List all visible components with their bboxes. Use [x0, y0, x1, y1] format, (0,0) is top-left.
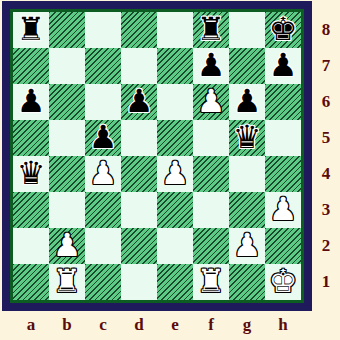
square-f1[interactable]: ♜ — [193, 264, 229, 300]
square-b7[interactable] — [49, 48, 85, 84]
piece-black-pawn-a6[interactable]: ♟ — [17, 85, 46, 117]
piece-white-pawn-f6[interactable]: ♟ — [197, 85, 226, 117]
square-a3[interactable] — [13, 192, 49, 228]
rank-label-4: 4 — [313, 156, 339, 192]
piece-white-rook-f1[interactable]: ♜ — [197, 265, 226, 297]
square-f8[interactable]: ♜ — [193, 12, 229, 48]
square-c1[interactable] — [85, 264, 121, 300]
file-label-h: h — [265, 311, 301, 339]
square-c6[interactable] — [85, 84, 121, 120]
square-c4[interactable]: ♟ — [85, 156, 121, 192]
chess-board-inner-frame: ♜♜♚♟♟♟♟♟♟♟♛♛♟♟♟♟♟♜♜♚ — [10, 9, 304, 303]
piece-black-pawn-f7[interactable]: ♟ — [197, 49, 226, 81]
square-b4[interactable] — [49, 156, 85, 192]
file-label-f: f — [193, 311, 229, 339]
file-label-e: e — [157, 311, 193, 339]
square-c5[interactable]: ♟ — [85, 120, 121, 156]
square-f6[interactable]: ♟ — [193, 84, 229, 120]
piece-white-pawn-h3[interactable]: ♟ — [269, 193, 298, 225]
piece-black-queen-g5[interactable]: ♛ — [233, 121, 262, 153]
square-e4[interactable]: ♟ — [157, 156, 193, 192]
square-d3[interactable] — [121, 192, 157, 228]
square-d4[interactable] — [121, 156, 157, 192]
square-e5[interactable] — [157, 120, 193, 156]
piece-black-pawn-c5[interactable]: ♟ — [89, 121, 118, 153]
square-h2[interactable] — [265, 228, 301, 264]
square-d1[interactable] — [121, 264, 157, 300]
square-h8[interactable]: ♚ — [265, 12, 301, 48]
chess-diagram: ♜♜♚♟♟♟♟♟♟♟♛♛♟♟♟♟♟♜♜♚ abcdefgh 87654321 — [0, 0, 340, 340]
square-c2[interactable] — [85, 228, 121, 264]
square-f2[interactable] — [193, 228, 229, 264]
chess-board-frame: ♜♜♚♟♟♟♟♟♟♟♛♛♟♟♟♟♟♜♜♚ — [2, 1, 312, 311]
piece-black-rook-f8[interactable]: ♜ — [197, 13, 226, 45]
file-labels: abcdefgh — [13, 311, 301, 339]
square-a7[interactable] — [13, 48, 49, 84]
chess-board: ♜♜♚♟♟♟♟♟♟♟♛♛♟♟♟♟♟♜♜♚ — [13, 12, 301, 300]
square-a6[interactable]: ♟ — [13, 84, 49, 120]
piece-white-king-h1[interactable]: ♚ — [269, 265, 298, 297]
file-label-b: b — [49, 311, 85, 339]
square-a5[interactable] — [13, 120, 49, 156]
square-d6[interactable]: ♟ — [121, 84, 157, 120]
square-f4[interactable] — [193, 156, 229, 192]
piece-white-pawn-e4[interactable]: ♟ — [161, 157, 190, 189]
square-d5[interactable] — [121, 120, 157, 156]
square-e8[interactable] — [157, 12, 193, 48]
piece-white-rook-b1[interactable]: ♜ — [53, 265, 82, 297]
square-g8[interactable] — [229, 12, 265, 48]
square-b2[interactable]: ♟ — [49, 228, 85, 264]
piece-black-king-h8[interactable]: ♚ — [269, 13, 298, 45]
piece-black-pawn-h7[interactable]: ♟ — [269, 49, 298, 81]
rank-label-1: 1 — [313, 264, 339, 300]
piece-white-pawn-b2[interactable]: ♟ — [53, 229, 82, 261]
square-h7[interactable]: ♟ — [265, 48, 301, 84]
square-g6[interactable]: ♟ — [229, 84, 265, 120]
piece-black-pawn-g6[interactable]: ♟ — [233, 85, 262, 117]
square-a1[interactable] — [13, 264, 49, 300]
file-label-a: a — [13, 311, 49, 339]
rank-label-2: 2 — [313, 228, 339, 264]
square-f5[interactable] — [193, 120, 229, 156]
square-e1[interactable] — [157, 264, 193, 300]
square-d2[interactable] — [121, 228, 157, 264]
square-g2[interactable]: ♟ — [229, 228, 265, 264]
square-f7[interactable]: ♟ — [193, 48, 229, 84]
square-h5[interactable] — [265, 120, 301, 156]
square-c7[interactable] — [85, 48, 121, 84]
rank-label-6: 6 — [313, 84, 339, 120]
square-g5[interactable]: ♛ — [229, 120, 265, 156]
square-f3[interactable] — [193, 192, 229, 228]
file-label-d: d — [121, 311, 157, 339]
square-e6[interactable] — [157, 84, 193, 120]
square-h1[interactable]: ♚ — [265, 264, 301, 300]
square-h4[interactable] — [265, 156, 301, 192]
square-c8[interactable] — [85, 12, 121, 48]
square-b1[interactable]: ♜ — [49, 264, 85, 300]
rank-label-7: 7 — [313, 48, 339, 84]
square-c3[interactable] — [85, 192, 121, 228]
square-g7[interactable] — [229, 48, 265, 84]
rank-label-5: 5 — [313, 120, 339, 156]
rank-label-8: 8 — [313, 12, 339, 48]
piece-black-queen-a4[interactable]: ♛ — [17, 157, 46, 189]
square-g4[interactable] — [229, 156, 265, 192]
rank-label-3: 3 — [313, 192, 339, 228]
square-g1[interactable] — [229, 264, 265, 300]
file-label-g: g — [229, 311, 265, 339]
square-d7[interactable] — [121, 48, 157, 84]
file-label-c: c — [85, 311, 121, 339]
square-a2[interactable] — [13, 228, 49, 264]
square-g3[interactable] — [229, 192, 265, 228]
piece-black-pawn-d6[interactable]: ♟ — [125, 85, 154, 117]
square-h6[interactable] — [265, 84, 301, 120]
square-e3[interactable] — [157, 192, 193, 228]
piece-white-pawn-g2[interactable]: ♟ — [233, 229, 262, 261]
square-e2[interactable] — [157, 228, 193, 264]
square-a4[interactable]: ♛ — [13, 156, 49, 192]
square-h3[interactable]: ♟ — [265, 192, 301, 228]
square-e7[interactable] — [157, 48, 193, 84]
square-b3[interactable] — [49, 192, 85, 228]
piece-white-pawn-c4[interactable]: ♟ — [89, 157, 118, 189]
square-b5[interactable] — [49, 120, 85, 156]
square-b6[interactable] — [49, 84, 85, 120]
square-a8[interactable]: ♜ — [13, 12, 49, 48]
rank-labels: 87654321 — [313, 12, 339, 300]
piece-black-rook-a8[interactable]: ♜ — [17, 13, 46, 45]
square-d8[interactable] — [121, 12, 157, 48]
square-b8[interactable] — [49, 12, 85, 48]
